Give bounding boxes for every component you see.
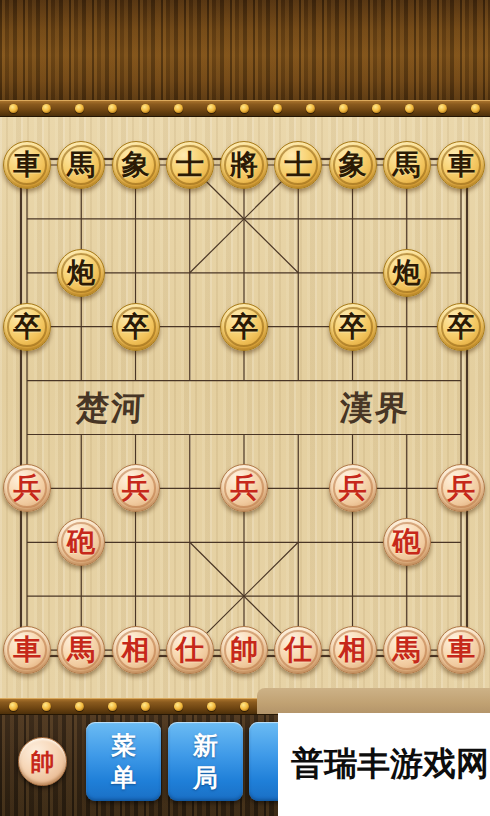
board-point-f7[interactable]: [271, 300, 325, 354]
board-point-i6[interactable]: [434, 354, 488, 408]
rivet-stud-icon: [42, 702, 51, 711]
piece-red-soldier[interactable]: 兵: [437, 464, 485, 512]
piece-black-soldier[interactable]: 卒: [220, 303, 268, 351]
board-point-d6[interactable]: [163, 354, 217, 408]
board-point-i8[interactable]: [434, 246, 488, 300]
board-point-h2[interactable]: [380, 569, 434, 623]
board-point-e4[interactable]: 兵: [217, 461, 271, 515]
board-point-e3[interactable]: [217, 515, 271, 569]
rivet-stud-icon: [108, 104, 117, 113]
board-point-h3[interactable]: 砲: [380, 515, 434, 569]
button-label-char: 单: [111, 762, 136, 794]
board-point-f9[interactable]: [271, 192, 325, 246]
piece-red-soldier[interactable]: 兵: [112, 464, 160, 512]
rivet-stud-icon: [9, 104, 18, 113]
board-point-i2[interactable]: [434, 569, 488, 623]
rivet-stud-icon: [306, 104, 315, 113]
piece-black-general[interactable]: 將: [220, 141, 268, 189]
board-point-g10[interactable]: 象: [325, 138, 379, 192]
board-point-g3[interactable]: [325, 515, 379, 569]
button-label-char: 局: [193, 762, 218, 794]
board-point-i3[interactable]: [434, 515, 488, 569]
board-point-d10[interactable]: 士: [163, 138, 217, 192]
board-point-h5[interactable]: [380, 407, 434, 461]
piece-black-elephant[interactable]: 象: [112, 141, 160, 189]
board-point-b3[interactable]: 砲: [54, 515, 108, 569]
board-point-f8[interactable]: [271, 246, 325, 300]
board-point-a7[interactable]: 卒: [0, 300, 54, 354]
piece-red-chariot[interactable]: 車: [3, 626, 51, 674]
board-point-e2[interactable]: [217, 569, 271, 623]
piece-red-advisor[interactable]: 仕: [166, 626, 214, 674]
piece-red-horse[interactable]: 馬: [57, 626, 105, 674]
board-point-f4[interactable]: [271, 461, 325, 515]
board-point-h6[interactable]: [380, 354, 434, 408]
board-point-h1[interactable]: 馬: [380, 623, 434, 677]
piece-red-cannon[interactable]: 砲: [383, 518, 431, 566]
board-point-c5[interactable]: [108, 407, 162, 461]
rivet-stud-icon: [75, 104, 84, 113]
piece-red-elephant[interactable]: 相: [112, 626, 160, 674]
piece-black-horse[interactable]: 馬: [383, 141, 431, 189]
rivet-stud-icon: [207, 702, 216, 711]
board-point-d4[interactable]: [163, 461, 217, 515]
rivet-stud-icon: [339, 104, 348, 113]
board-point-e10[interactable]: 將: [217, 138, 271, 192]
rivet-stud-icon: [108, 702, 117, 711]
xiangqi-app: 楚河 漢界 車馬象士將士象馬車炮炮卒卒卒卒卒兵兵兵兵兵砲砲車馬相仕帥仕相馬車 帥…: [0, 0, 490, 816]
board-point-a5[interactable]: [0, 407, 54, 461]
red-side-indicator[interactable]: 帥: [18, 737, 67, 786]
board-point-d5[interactable]: [163, 407, 217, 461]
piece-black-advisor[interactable]: 士: [274, 141, 322, 189]
piece-red-general[interactable]: 帥: [220, 626, 268, 674]
rivet-stud-icon: [471, 104, 480, 113]
board-point-h10[interactable]: 馬: [380, 138, 434, 192]
piece-black-horse[interactable]: 馬: [57, 141, 105, 189]
board-point-c2[interactable]: [108, 569, 162, 623]
board-point-a10[interactable]: 車: [0, 138, 54, 192]
board-point-a4[interactable]: 兵: [0, 461, 54, 515]
board-point-a3[interactable]: [0, 515, 54, 569]
top-wood-panel: [0, 0, 490, 100]
board-point-i4[interactable]: 兵: [434, 461, 488, 515]
button-label-char: 新: [193, 730, 218, 762]
board-point-b2[interactable]: [54, 569, 108, 623]
new-game-button[interactable]: 新局: [168, 722, 243, 801]
board-point-i5[interactable]: [434, 407, 488, 461]
board-point-c4[interactable]: 兵: [108, 461, 162, 515]
piece-red-cannon[interactable]: 砲: [57, 518, 105, 566]
piece-red-soldier[interactable]: 兵: [220, 464, 268, 512]
board-point-h7[interactable]: [380, 300, 434, 354]
watermark-band: [257, 688, 490, 714]
watermark-text: 普瑞丰游戏网: [278, 742, 489, 787]
board-point-i7[interactable]: 卒: [434, 300, 488, 354]
board-point-g4[interactable]: 兵: [325, 461, 379, 515]
piece-red-elephant[interactable]: 相: [329, 626, 377, 674]
board-point-d8[interactable]: [163, 246, 217, 300]
board-point-b8[interactable]: 炮: [54, 246, 108, 300]
rivet-stud-icon: [372, 104, 381, 113]
board-point-h4[interactable]: [380, 461, 434, 515]
rivet-stud-icon: [42, 104, 51, 113]
piece-black-soldier[interactable]: 卒: [3, 303, 51, 351]
rivet-stud-icon: [240, 702, 249, 711]
rivet-stud-icon: [438, 104, 447, 113]
rivet-stud-icon: [174, 702, 183, 711]
board-point-i10[interactable]: 車: [434, 138, 488, 192]
board-point-f10[interactable]: 士: [271, 138, 325, 192]
board-point-g9[interactable]: [325, 192, 379, 246]
board-point-b1[interactable]: 馬: [54, 623, 108, 677]
menu-button[interactable]: 菜单: [86, 722, 161, 801]
board-point-a1[interactable]: 車: [0, 623, 54, 677]
board-point-h8[interactable]: 炮: [380, 246, 434, 300]
board-point-d1[interactable]: 仕: [163, 623, 217, 677]
piece-red-chariot[interactable]: 車: [437, 626, 485, 674]
board-point-c6[interactable]: [108, 354, 162, 408]
board-point-c1[interactable]: 相: [108, 623, 162, 677]
board-point-g2[interactable]: [325, 569, 379, 623]
board-point-b4[interactable]: [54, 461, 108, 515]
board-point-c10[interactable]: 象: [108, 138, 162, 192]
piece-red-soldier[interactable]: 兵: [3, 464, 51, 512]
board-point-d7[interactable]: [163, 300, 217, 354]
board-point-f6[interactable]: [271, 354, 325, 408]
piece-black-advisor[interactable]: 士: [166, 141, 214, 189]
button-label-char: 菜: [111, 730, 136, 762]
board-point-b7[interactable]: [54, 300, 108, 354]
board-point-c8[interactable]: [108, 246, 162, 300]
board-point-c3[interactable]: [108, 515, 162, 569]
board-point-i9[interactable]: [434, 192, 488, 246]
board-point-f5[interactable]: [271, 407, 325, 461]
board-point-e7[interactable]: 卒: [217, 300, 271, 354]
board-point-h9[interactable]: [380, 192, 434, 246]
board-point-f3[interactable]: [271, 515, 325, 569]
board-point-a9[interactable]: [0, 192, 54, 246]
board-point-g1[interactable]: 相: [325, 623, 379, 677]
board-point-g6[interactable]: [325, 354, 379, 408]
top-rivet-bar: [0, 100, 490, 117]
rivet-stud-icon: [75, 702, 84, 711]
board-point-f2[interactable]: [271, 569, 325, 623]
board-point-e6[interactable]: [217, 354, 271, 408]
piece-black-soldier[interactable]: 卒: [437, 303, 485, 351]
board-point-b5[interactable]: [54, 407, 108, 461]
rivet-stud-icon: [207, 104, 216, 113]
board-point-a8[interactable]: [0, 246, 54, 300]
piece-red-advisor[interactable]: 仕: [274, 626, 322, 674]
board-point-i1[interactable]: 車: [434, 623, 488, 677]
rivet-stud-icon: [141, 104, 150, 113]
board-point-e8[interactable]: [217, 246, 271, 300]
piece-red-soldier[interactable]: 兵: [329, 464, 377, 512]
board-point-a6[interactable]: [0, 354, 54, 408]
piece-black-elephant[interactable]: 象: [329, 141, 377, 189]
piece-black-cannon[interactable]: 炮: [383, 249, 431, 297]
board[interactable]: 車馬象士將士象馬車炮炮卒卒卒卒卒兵兵兵兵兵砲砲車馬相仕帥仕相馬車: [0, 138, 488, 677]
board-point-c7[interactable]: 卒: [108, 300, 162, 354]
rivet-stud-icon: [240, 104, 249, 113]
board-point-g8[interactable]: [325, 246, 379, 300]
rivet-stud-icon: [273, 104, 282, 113]
piece-red-horse[interactable]: 馬: [383, 626, 431, 674]
board-point-b10[interactable]: 馬: [54, 138, 108, 192]
board-point-a2[interactable]: [0, 569, 54, 623]
board-point-b6[interactable]: [54, 354, 108, 408]
board-point-d3[interactable]: [163, 515, 217, 569]
board-point-g7[interactable]: 卒: [325, 300, 379, 354]
board-point-b9[interactable]: [54, 192, 108, 246]
rivet-stud-icon: [141, 702, 150, 711]
piece-black-cannon[interactable]: 炮: [57, 249, 105, 297]
piece-black-soldier[interactable]: 卒: [112, 303, 160, 351]
board-point-e5[interactable]: [217, 407, 271, 461]
piece-black-chariot[interactable]: 車: [437, 141, 485, 189]
board-point-e1[interactable]: 帥: [217, 623, 271, 677]
board-point-c9[interactable]: [108, 192, 162, 246]
rivet-stud-icon: [174, 104, 183, 113]
rivet-stud-icon: [9, 702, 18, 711]
piece-black-soldier[interactable]: 卒: [329, 303, 377, 351]
board-point-f1[interactable]: 仕: [271, 623, 325, 677]
watermark-box: 普瑞丰游戏网: [278, 713, 490, 816]
board-point-g5[interactable]: [325, 407, 379, 461]
rivet-stud-icon: [405, 104, 414, 113]
board-point-d9[interactable]: [163, 192, 217, 246]
board-point-d2[interactable]: [163, 569, 217, 623]
board-point-e9[interactable]: [217, 192, 271, 246]
piece-black-chariot[interactable]: 車: [3, 141, 51, 189]
